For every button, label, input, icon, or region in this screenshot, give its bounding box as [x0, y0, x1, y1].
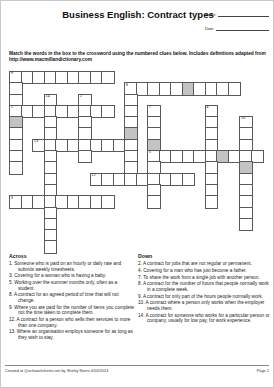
grid-cell[interactable] [148, 174, 160, 185]
date-label: Date: [205, 26, 214, 31]
grid-cell[interactable] [45, 117, 57, 128]
grid-cell[interactable] [79, 128, 91, 139]
grid-cell[interactable] [10, 95, 22, 106]
cell-number: 2 [80, 95, 82, 99]
name-date-block: Name: Date: [205, 6, 269, 34]
grid-cell[interactable]: 5 [148, 151, 160, 162]
grid-cell[interactable] [137, 83, 149, 94]
clue-item: 10. A contract where a person only works… [138, 300, 270, 311]
grid-cell[interactable] [33, 196, 45, 207]
cell-number: 12 [91, 174, 96, 178]
grid-cell[interactable] [148, 83, 160, 94]
across-clues-column: Across 1. Someone who is paid on an hour… [9, 253, 135, 342]
grid-cell[interactable] [125, 162, 137, 173]
grid-cell-separator [125, 128, 137, 139]
cell-number: 4 [206, 106, 208, 110]
grid-cell[interactable] [33, 72, 45, 83]
cell-number: 9 [11, 72, 13, 76]
cell-number: 1 [11, 106, 13, 110]
grid-cell[interactable] [45, 174, 57, 185]
grid-cell[interactable] [148, 162, 160, 173]
cell-number: 7 [149, 106, 151, 110]
grid-cell[interactable] [206, 128, 218, 139]
grid-cell[interactable] [206, 185, 218, 196]
clue-item: 14. A contract for someone who works for… [138, 313, 270, 324]
grid-cell[interactable] [102, 72, 114, 83]
grid-cell[interactable] [240, 174, 252, 185]
grid-cell[interactable] [79, 117, 91, 128]
across-clues-list: 1. Someone who is paid on an hourly or d… [9, 261, 135, 340]
name-row: Name: [205, 6, 269, 17]
grid-cell[interactable] [148, 117, 160, 128]
grid-cell[interactable]: 1 [10, 106, 22, 117]
grid-cell[interactable] [148, 128, 160, 139]
grid-cell[interactable] [160, 83, 172, 94]
grid-cell[interactable] [206, 196, 218, 207]
grid-cell[interactable] [114, 174, 126, 185]
clue-item: 9. A contract for only part of the hours… [138, 294, 270, 300]
grid-cell[interactable] [79, 72, 91, 83]
crossword-grid: 9814217410135123 [10, 72, 263, 253]
grid-cell[interactable] [240, 196, 252, 207]
clue-item: 2. A contract for jobs that are not regu… [138, 261, 270, 267]
clue-item: 8. A contract for the number of hours th… [138, 281, 270, 292]
cell-number: 8 [126, 84, 128, 88]
grid-cell[interactable] [45, 151, 57, 162]
grid-cell[interactable] [10, 128, 22, 139]
grid-cell[interactable] [45, 162, 57, 173]
grid-cell[interactable] [240, 219, 252, 230]
grid-cell[interactable]: 10 [240, 117, 252, 128]
grid-cell[interactable] [194, 151, 206, 162]
grid-cell[interactable] [10, 151, 22, 162]
grid-cell-separator [148, 140, 160, 151]
grid-cell[interactable] [102, 140, 114, 151]
grid-cell[interactable] [102, 106, 114, 117]
grid-cell-separator [183, 83, 195, 94]
grid-cell[interactable] [45, 185, 57, 196]
grid-cell[interactable] [22, 196, 34, 207]
clue-item: 1. Someone who is paid on an hourly or d… [9, 261, 135, 272]
grid-cell[interactable] [160, 174, 172, 185]
grid-cell[interactable] [194, 83, 206, 94]
grid-cell[interactable] [68, 106, 80, 117]
grid-cell[interactable] [10, 162, 22, 173]
clue-item: 7. To share the work from a single job w… [138, 275, 270, 281]
grid-cell[interactable] [206, 162, 218, 173]
grid-cell[interactable] [10, 83, 22, 94]
grid-cell[interactable] [206, 140, 218, 151]
grid-cell[interactable]: 4 [206, 106, 218, 117]
grid-cell[interactable] [45, 106, 57, 117]
grid-cell[interactable] [22, 72, 34, 83]
clue-item: 4. Covering for a man who has just becom… [138, 268, 270, 274]
grid-cell[interactable] [171, 83, 183, 94]
grid-cell[interactable] [68, 72, 80, 83]
cell-number: 13 [34, 140, 39, 144]
grid-cell[interactable] [45, 72, 57, 83]
down-clues-column: Down 2. A contract for jobs that are not… [138, 253, 270, 325]
grid-cell[interactable] [68, 140, 80, 151]
grid-cell[interactable] [217, 83, 229, 94]
grid-cell[interactable] [171, 174, 183, 185]
date-blank-line [216, 23, 269, 31]
clue-item: 13. Where an organisation employs someon… [9, 329, 135, 340]
grid-cell[interactable]: 12 [91, 174, 103, 185]
down-clues-list: 2. A contract for jobs that are not regu… [138, 261, 270, 324]
grid-cell[interactable] [206, 174, 218, 185]
footer-credit: Created at Quickworksheets.net by Shirle… [5, 368, 108, 373]
grid-cell[interactable] [91, 140, 103, 151]
grid-cell[interactable]: 9 [10, 72, 22, 83]
footer-page-number: Page 1 [257, 368, 269, 373]
grid-cell[interactable] [91, 72, 103, 83]
grid-cell[interactable] [33, 106, 45, 117]
clue-item: 3. Covering for a woman who is having a … [9, 273, 135, 279]
grid-cell[interactable] [56, 72, 68, 83]
grid-cell[interactable] [125, 174, 137, 185]
grid-cell[interactable] [45, 196, 57, 207]
footer: Created at Quickworksheets.net by Shirle… [5, 368, 269, 373]
grid-cell[interactable] [91, 196, 103, 207]
grid-cell[interactable] [125, 140, 137, 151]
grid-cell[interactable]: 7 [148, 106, 160, 117]
grid-cell[interactable] [45, 230, 57, 241]
grid-cell[interactable] [22, 106, 34, 117]
grid-cell[interactable] [125, 95, 137, 106]
footer-divider [5, 365, 269, 366]
grid-cell[interactable] [183, 174, 195, 185]
grid-cell[interactable] [206, 151, 218, 162]
grid-cell[interactable] [79, 106, 91, 117]
grid-cell[interactable]: 3 [10, 196, 22, 207]
grid-cell[interactable] [79, 151, 91, 162]
grid-cell[interactable] [137, 174, 149, 185]
clue-item: 12. A contract for a person who sells th… [9, 317, 135, 328]
grid-cell[interactable] [206, 83, 218, 94]
grid-cell[interactable] [148, 185, 160, 196]
grid-cell[interactable] [148, 196, 160, 207]
instructions-text: Match the words in the box to the crossw… [9, 51, 267, 63]
grid-cell[interactable] [91, 106, 103, 117]
grid-cell[interactable]: 14 [45, 95, 57, 106]
grid-cell[interactable] [229, 151, 241, 162]
grid-cell[interactable] [240, 140, 252, 151]
grid-cell[interactable] [45, 128, 57, 139]
cell-number: 14 [45, 95, 50, 99]
grid-cell-separator [217, 151, 229, 162]
grid-cell[interactable] [56, 106, 68, 117]
grid-cell[interactable] [171, 151, 183, 162]
grid-cell[interactable] [79, 196, 91, 207]
worksheet-page: { "game": "crossword", "title": "Busines… [0, 0, 274, 388]
grid-cell[interactable] [68, 196, 80, 207]
name-blank-line [218, 9, 269, 17]
clue-item: 5. Working over the summer months only, … [9, 280, 135, 291]
grid-cell[interactable] [45, 219, 57, 230]
grid-cell[interactable] [240, 208, 252, 219]
cell-number: 5 [149, 151, 151, 155]
grid-cell[interactable] [125, 117, 137, 128]
grid-cell-separator [240, 162, 252, 173]
grid-cell[interactable] [102, 196, 114, 207]
cell-number: 3 [11, 197, 13, 201]
grid-cell[interactable] [114, 140, 126, 151]
grid-cell[interactable] [229, 83, 241, 94]
grid-cell[interactable] [10, 140, 22, 151]
grid-cell[interactable]: 8 [125, 83, 137, 94]
across-header: Across [9, 253, 135, 259]
grid-cell[interactable] [125, 106, 137, 117]
grid-cell[interactable] [240, 128, 252, 139]
grid-cell[interactable] [56, 140, 68, 151]
grid-cell-separator [10, 117, 22, 128]
grid-cell[interactable]: 2 [79, 95, 91, 106]
grid-cell[interactable] [45, 208, 57, 219]
date-row: Date: [205, 20, 269, 31]
page-title: Business English: Contract types [58, 9, 218, 21]
grid-cell[interactable] [252, 151, 264, 162]
grid-cell[interactable]: 13 [33, 140, 45, 151]
grid-cell[interactable] [160, 151, 172, 162]
grid-cell[interactable] [45, 241, 57, 252]
grid-cell[interactable] [125, 151, 137, 162]
grid-cell[interactable] [56, 196, 68, 207]
cell-number: 10 [241, 117, 246, 121]
clue-item: 8. A contract for an agreed period of ti… [9, 292, 135, 303]
name-label: Name: [205, 12, 216, 17]
grid-cell[interactable] [183, 151, 195, 162]
grid-cell[interactable] [45, 140, 57, 151]
clue-item: 9. Where you are paid for the number of … [9, 305, 135, 316]
down-header: Down [138, 253, 270, 259]
grid-cell[interactable] [240, 185, 252, 196]
grid-cell[interactable] [79, 140, 91, 151]
grid-cell[interactable] [102, 174, 114, 185]
grid-cell[interactable] [240, 151, 252, 162]
grid-cell[interactable] [206, 117, 218, 128]
